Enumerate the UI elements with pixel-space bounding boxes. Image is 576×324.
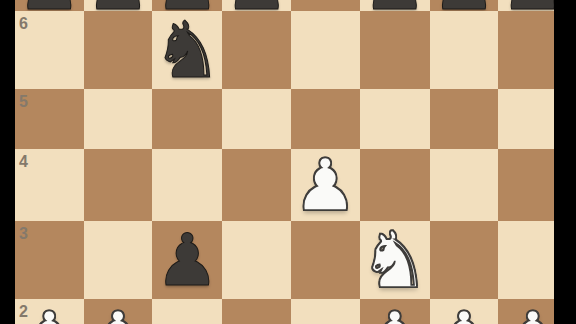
square-c6[interactable]: ♞: [152, 11, 222, 89]
black-knight-c6[interactable]: ♞: [152, 11, 222, 89]
square-c4[interactable]: [152, 149, 222, 221]
rank-label-3: 3: [19, 226, 28, 242]
black-pawn-c3[interactable]: ♟: [155, 224, 220, 296]
square-e5[interactable]: [291, 89, 360, 149]
white-pawn-g2[interactable]: ♟: [432, 302, 497, 324]
square-b4[interactable]: [84, 149, 153, 221]
square-b6[interactable]: [84, 11, 153, 89]
square-d6[interactable]: [222, 11, 291, 89]
video-frame: ♟♟♟♟♟♟♟6♞54♟3♟♞2♟♟♟♟♟: [0, 0, 576, 324]
square-e6[interactable]: [291, 11, 360, 89]
square-g2[interactable]: ♟: [430, 299, 499, 324]
square-b5[interactable]: [84, 89, 153, 149]
square-a6[interactable]: 6: [15, 11, 84, 89]
square-c5[interactable]: [152, 89, 222, 149]
square-f5[interactable]: [360, 89, 430, 149]
square-f2[interactable]: ♟: [360, 299, 430, 324]
letterbox-right: [554, 0, 576, 324]
square-g7[interactable]: ♟: [430, 0, 499, 11]
square-e7[interactable]: [291, 0, 360, 11]
square-a3[interactable]: 3: [15, 221, 84, 299]
square-d4[interactable]: [222, 149, 291, 221]
white-pawn-f2[interactable]: ♟: [362, 302, 427, 324]
square-g6[interactable]: [430, 11, 499, 89]
white-knight-f3[interactable]: ♞: [360, 221, 430, 299]
square-f6[interactable]: [360, 11, 430, 89]
square-c2[interactable]: [152, 299, 222, 324]
square-a4[interactable]: 4: [15, 149, 84, 221]
square-g5[interactable]: [430, 89, 499, 149]
square-d3[interactable]: [222, 221, 291, 299]
square-f4[interactable]: [360, 149, 430, 221]
square-a5[interactable]: 5: [15, 89, 84, 149]
square-e2[interactable]: [291, 299, 360, 324]
rank-label-4: 4: [19, 154, 28, 170]
square-a7[interactable]: ♟: [15, 0, 84, 11]
white-pawn-e4[interactable]: ♟: [293, 149, 358, 221]
square-e4[interactable]: ♟: [291, 149, 360, 221]
square-d2[interactable]: [222, 299, 291, 324]
square-g3[interactable]: [430, 221, 499, 299]
square-c3[interactable]: ♟: [152, 221, 222, 299]
white-pawn-a2[interactable]: ♟: [17, 302, 82, 324]
square-a2[interactable]: 2♟: [15, 299, 84, 324]
white-pawn-b2[interactable]: ♟: [86, 302, 151, 324]
square-b3[interactable]: [84, 221, 153, 299]
square-e3[interactable]: [291, 221, 360, 299]
square-d7[interactable]: ♟: [222, 0, 291, 11]
chess-board: ♟♟♟♟♟♟♟6♞54♟3♟♞2♟♟♟♟♟: [15, 0, 567, 324]
square-g4[interactable]: [430, 149, 499, 221]
square-f3[interactable]: ♞: [360, 221, 430, 299]
square-f7[interactable]: ♟: [360, 0, 430, 11]
square-b2[interactable]: ♟: [84, 299, 153, 324]
letterbox-left: [0, 0, 15, 324]
square-b7[interactable]: ♟: [84, 0, 153, 11]
square-d5[interactable]: [222, 89, 291, 149]
rank-label-6: 6: [19, 16, 28, 32]
rank-label-5: 5: [19, 94, 28, 110]
